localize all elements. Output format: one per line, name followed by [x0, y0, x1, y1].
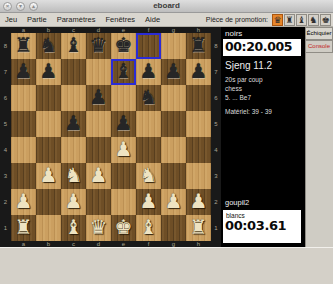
black-knight[interactable]: ♞ [136, 85, 161, 111]
square-g2[interactable]: ♟ [161, 189, 186, 215]
square-h1[interactable]: ♜ [186, 215, 211, 241]
white-player-name: goupil2 [225, 198, 249, 207]
square-f4[interactable] [136, 137, 161, 163]
black-engine-name: Sjeng 11.2 [225, 60, 272, 71]
square-h5[interactable] [186, 111, 211, 137]
menubar: JeuPartieParamètresFenêtresAide Pièce de… [0, 13, 333, 27]
square-g7[interactable]: ♟ [161, 59, 186, 85]
tab-console[interactable]: Console [306, 40, 333, 53]
rank-label-1: 1 [211, 215, 221, 241]
square-d7[interactable] [86, 59, 111, 85]
white-pawn[interactable]: ♟ [136, 189, 161, 215]
square-c4[interactable] [61, 137, 86, 163]
rank-label-8: 8 [211, 33, 221, 59]
square-f5[interactable] [136, 111, 161, 137]
rank-label-2: 2 [211, 189, 221, 215]
square-c6[interactable] [61, 85, 86, 111]
square-c8[interactable]: ♝ [61, 33, 86, 59]
rank-label-1: 1 [0, 215, 11, 241]
white-knight[interactable]: ♞ [61, 163, 86, 189]
menu-parametres[interactable]: Paramètres [52, 15, 101, 24]
black-pawn[interactable]: ♟ [111, 111, 136, 137]
square-h7[interactable]: ♟ [186, 59, 211, 85]
rank-label-4: 4 [0, 137, 11, 163]
eboard-window: ×▾▴ eboard JeuPartieParamètresFenêtresAi… [0, 0, 333, 284]
promotion-queen-button[interactable]: ♛ [272, 14, 283, 26]
white-knight[interactable]: ♞ [136, 163, 161, 189]
white-pawn[interactable]: ♟ [86, 163, 111, 189]
black-king[interactable]: ♚ [111, 33, 136, 59]
square-a1[interactable]: ♜ [11, 215, 36, 241]
white-pawn[interactable]: ♟ [61, 189, 86, 215]
rank-label-3: 3 [211, 163, 221, 189]
square-h4[interactable] [186, 137, 211, 163]
square-f7[interactable]: ♟ [136, 59, 161, 85]
black-queen[interactable]: ♛ [86, 33, 111, 59]
panel-tabs: ÉchiquierConsole [305, 27, 333, 247]
square-b5[interactable] [36, 111, 61, 137]
black-bishop[interactable]: ♝ [111, 59, 136, 85]
promotion-buttons: ♛♜♝♞♚ [271, 14, 331, 26]
black-knight[interactable]: ♞ [36, 33, 61, 59]
white-pawn[interactable]: ♟ [11, 189, 36, 215]
black-pawn[interactable]: ♟ [86, 85, 111, 111]
menu-partie[interactable]: Partie [22, 15, 52, 24]
square-c1[interactable]: ♝ [61, 215, 86, 241]
square-d4[interactable] [86, 137, 111, 163]
black-pawn[interactable]: ♟ [161, 59, 186, 85]
promotion-label: Pièce de promotion: [206, 16, 268, 23]
square-a4[interactable] [11, 137, 36, 163]
square-b7[interactable]: ♟ [36, 59, 61, 85]
black-pawn[interactable]: ♟ [136, 59, 161, 85]
square-h8[interactable]: ♜ [186, 33, 211, 59]
black-clock: 00:20.005 [223, 39, 301, 56]
white-rook[interactable]: ♜ [11, 215, 36, 241]
square-f6[interactable]: ♞ [136, 85, 161, 111]
square-e6[interactable] [111, 85, 136, 111]
rank-label-2: 2 [0, 189, 11, 215]
black-bishop[interactable]: ♝ [61, 33, 86, 59]
rank-label-5: 5 [211, 111, 221, 137]
chess-board[interactable]: abcdefgh8♜♞♝♛♚♜87♟♟♝♟♟♟76♟♞65♟♟54♟43♟♞♟♞… [0, 27, 221, 247]
square-d5[interactable] [86, 111, 111, 137]
rank-label-7: 7 [0, 59, 11, 85]
square-g3[interactable] [161, 163, 186, 189]
black-pawn[interactable]: ♟ [186, 59, 211, 85]
variant-info: chess [225, 85, 242, 92]
square-f8[interactable] [136, 33, 161, 59]
square-c7[interactable] [61, 59, 86, 85]
square-b4[interactable] [36, 137, 61, 163]
promotion-king-button[interactable]: ♚ [320, 14, 331, 26]
square-h6[interactable] [186, 85, 211, 111]
black-rook[interactable]: ♜ [11, 33, 36, 59]
square-e7[interactable]: ♝ [111, 59, 136, 85]
black-pawn[interactable]: ♟ [11, 59, 36, 85]
square-g6[interactable] [161, 85, 186, 111]
square-b6[interactable] [36, 85, 61, 111]
white-pawn[interactable]: ♟ [36, 163, 61, 189]
black-player-label: noirs [225, 29, 242, 38]
promotion-selector: Pièce de promotion: ♛♜♝♞♚ [206, 14, 333, 26]
square-b8[interactable]: ♞ [36, 33, 61, 59]
square-c5[interactable]: ♟ [61, 111, 86, 137]
material-info: Matériel: 39 - 39 [225, 108, 272, 115]
square-g5[interactable] [161, 111, 186, 137]
square-g1[interactable] [161, 215, 186, 241]
rank-label-3: 3 [0, 163, 11, 189]
square-c2[interactable]: ♟ [61, 189, 86, 215]
last-move-info: 5. ... Be7 [225, 94, 251, 101]
black-rook[interactable]: ♜ [186, 33, 211, 59]
square-e2[interactable] [111, 189, 136, 215]
square-a7[interactable]: ♟ [11, 59, 36, 85]
square-h3[interactable] [186, 163, 211, 189]
white-bishop[interactable]: ♝ [61, 215, 86, 241]
square-f3[interactable]: ♞ [136, 163, 161, 189]
menu-jeu[interactable]: Jeu [0, 15, 22, 24]
square-a5[interactable] [11, 111, 36, 137]
white-king[interactable]: ♚ [111, 215, 136, 241]
square-e3[interactable] [111, 163, 136, 189]
time-control-info: 20s par coup [225, 76, 263, 83]
promotion-knight-button[interactable]: ♞ [308, 14, 319, 26]
white-pawn[interactable]: ♟ [186, 189, 211, 215]
white-clock-time: 00:03.61 [223, 219, 301, 233]
square-a3[interactable] [11, 163, 36, 189]
menu-items: JeuPartieParamètresFenêtresAide [0, 15, 165, 24]
square-c3[interactable]: ♞ [61, 163, 86, 189]
square-b3[interactable]: ♟ [36, 163, 61, 189]
promotion-bishop-button[interactable]: ♝ [296, 14, 307, 26]
black-pawn[interactable]: ♟ [61, 111, 86, 137]
menu-fenetres[interactable]: Fenêtres [100, 15, 140, 24]
promotion-rook-button[interactable]: ♜ [284, 14, 295, 26]
square-a6[interactable] [11, 85, 36, 111]
titlebar[interactable]: ×▾▴ eboard [0, 0, 333, 13]
square-a2[interactable]: ♟ [11, 189, 36, 215]
black-clock-time: 00:20.005 [223, 39, 301, 55]
square-d2[interactable] [86, 189, 111, 215]
white-rook[interactable]: ♜ [186, 215, 211, 241]
square-g8[interactable] [161, 33, 186, 59]
square-d8[interactable]: ♛ [86, 33, 111, 59]
square-a8[interactable]: ♜ [11, 33, 36, 59]
square-d1[interactable]: ♛ [86, 215, 111, 241]
game-info-panel: noirs 00:20.005 Sjeng 11.2 20s par coup … [221, 27, 305, 247]
rank-label-5: 5 [0, 111, 11, 137]
bottom-toolbar: Modifier les boutons Cacher ! Commande: … [0, 247, 333, 284]
black-pawn[interactable]: ♟ [36, 59, 61, 85]
square-e1[interactable]: ♚ [111, 215, 136, 241]
white-pawn[interactable]: ♟ [111, 137, 136, 163]
rank-label-4: 4 [211, 137, 221, 163]
square-e8[interactable]: ♚ [111, 33, 136, 59]
square-f2[interactable]: ♟ [136, 189, 161, 215]
white-pawn[interactable]: ♟ [161, 189, 186, 215]
square-b2[interactable] [36, 189, 61, 215]
rank-label-6: 6 [211, 85, 221, 111]
square-h2[interactable]: ♟ [186, 189, 211, 215]
square-d6[interactable]: ♟ [86, 85, 111, 111]
white-clock: blancs 00:03.61 [223, 210, 301, 243]
square-f1[interactable]: ♝ [136, 215, 161, 241]
square-d3[interactable]: ♟ [86, 163, 111, 189]
tab-echiquier[interactable]: Échiquier [306, 27, 333, 40]
white-queen[interactable]: ♛ [86, 215, 111, 241]
square-e5[interactable]: ♟ [111, 111, 136, 137]
rank-label-7: 7 [211, 59, 221, 85]
rank-label-8: 8 [0, 33, 11, 59]
window-title: eboard [0, 1, 333, 10]
square-g4[interactable] [161, 137, 186, 163]
menu-aide[interactable]: Aide [140, 15, 165, 24]
square-e4[interactable]: ♟ [111, 137, 136, 163]
square-b1[interactable] [36, 215, 61, 241]
rank-label-6: 6 [0, 85, 11, 111]
white-bishop[interactable]: ♝ [136, 215, 161, 241]
